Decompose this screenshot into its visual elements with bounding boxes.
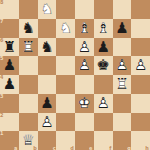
file-label-e: e xyxy=(89,145,92,150)
black-pawn[interactable]: ♟ xyxy=(0,56,19,75)
rank-label-8: 8 xyxy=(0,0,3,6)
white-knight[interactable]: ♞♘ xyxy=(56,19,75,38)
square-b8[interactable] xyxy=(19,0,38,19)
white-pawn[interactable]: ♟♙ xyxy=(131,56,150,75)
square-f5[interactable]: ♚ xyxy=(94,56,113,75)
square-f4[interactable] xyxy=(94,75,113,94)
black-pawn[interactable]: ♟ xyxy=(113,19,132,38)
chess-board: 8♞♘7♞♞♘♝♗♝♗♟♜6♜♖♞♟♙♟♟5♟♙♚♟♙♟♙♟4♜♖3♟♚♔♟♙2… xyxy=(0,0,150,150)
black-pawn-glyph: ♟ xyxy=(113,19,132,38)
white-bishop[interactable]: ♝♗ xyxy=(75,19,94,38)
square-b5[interactable] xyxy=(19,56,38,75)
square-a5[interactable]: ♟5 xyxy=(0,56,19,75)
square-h7[interactable] xyxy=(131,19,150,38)
square-g4[interactable]: ♜♖ xyxy=(113,75,132,94)
square-c7[interactable] xyxy=(38,19,57,38)
white-rook[interactable]: ♜♖ xyxy=(19,38,38,57)
square-b3[interactable] xyxy=(19,94,38,113)
black-king[interactable]: ♚ xyxy=(94,56,113,75)
white-pawn[interactable]: ♟♙ xyxy=(38,113,57,132)
square-h6[interactable] xyxy=(131,38,150,57)
square-e1[interactable]: e xyxy=(75,131,94,150)
square-g7[interactable]: ♟ xyxy=(113,19,132,38)
square-b1[interactable]: ♛♕b xyxy=(19,131,38,150)
file-label-g: g xyxy=(127,145,131,150)
black-pawn[interactable]: ♟ xyxy=(94,38,113,57)
square-g1[interactable]: g xyxy=(113,131,132,150)
black-pawn-glyph: ♟ xyxy=(38,94,57,113)
square-c5[interactable] xyxy=(38,56,57,75)
square-g6[interactable] xyxy=(113,38,132,57)
square-c6[interactable]: ♞ xyxy=(38,38,57,57)
square-a6[interactable]: ♜6 xyxy=(0,38,19,57)
black-pawn[interactable]: ♟ xyxy=(0,75,19,94)
square-g3[interactable] xyxy=(113,94,132,113)
white-bishop-outline: ♗ xyxy=(94,19,113,38)
black-pawn-glyph: ♟ xyxy=(0,56,19,75)
square-f3[interactable]: ♟♙ xyxy=(94,94,113,113)
square-h3[interactable] xyxy=(131,94,150,113)
white-pawn[interactable]: ♟♙ xyxy=(94,94,113,113)
square-d7[interactable]: ♞♘ xyxy=(56,19,75,38)
square-a3[interactable]: 3 xyxy=(0,94,19,113)
square-b4[interactable] xyxy=(19,75,38,94)
white-bishop-outline: ♗ xyxy=(75,19,94,38)
white-pawn-outline: ♙ xyxy=(131,56,150,75)
square-g5[interactable]: ♟♙ xyxy=(113,56,132,75)
square-d2[interactable] xyxy=(56,113,75,132)
square-a4[interactable]: ♟4 xyxy=(0,75,19,94)
white-queen[interactable]: ♛♕ xyxy=(19,131,38,150)
white-rook-outline: ♖ xyxy=(113,75,132,94)
white-bishop[interactable]: ♝♗ xyxy=(94,19,113,38)
file-label-a: a xyxy=(14,145,17,150)
black-pawn[interactable]: ♟ xyxy=(38,94,57,113)
white-knight[interactable]: ♞♘ xyxy=(38,0,57,19)
square-c2[interactable]: ♟♙ xyxy=(38,113,57,132)
square-g8[interactable] xyxy=(113,0,132,19)
black-knight[interactable]: ♞ xyxy=(38,38,57,57)
square-f2[interactable] xyxy=(94,113,113,132)
square-c1[interactable]: c xyxy=(38,131,57,150)
square-e3[interactable]: ♚♔ xyxy=(75,94,94,113)
black-king-glyph: ♚ xyxy=(94,56,113,75)
square-c8[interactable]: ♞♘ xyxy=(38,0,57,19)
rank-label-1: 1 xyxy=(0,131,3,137)
square-d8[interactable] xyxy=(56,0,75,19)
square-h2[interactable] xyxy=(131,113,150,132)
square-f6[interactable]: ♟ xyxy=(94,38,113,57)
square-e6[interactable]: ♟♙ xyxy=(75,38,94,57)
rank-label-2: 2 xyxy=(0,113,3,119)
black-knight-glyph: ♞ xyxy=(19,19,38,38)
white-knight-outline: ♘ xyxy=(38,0,57,19)
white-pawn[interactable]: ♟♙ xyxy=(75,56,94,75)
square-e4[interactable] xyxy=(75,75,94,94)
white-rook-outline: ♖ xyxy=(19,38,38,57)
black-rook-glyph: ♜ xyxy=(0,38,19,57)
square-h1[interactable]: h xyxy=(131,131,150,150)
square-e2[interactable] xyxy=(75,113,94,132)
white-pawn-outline: ♙ xyxy=(113,56,132,75)
white-king-outline: ♔ xyxy=(75,94,94,113)
square-e7[interactable]: ♝♗ xyxy=(75,19,94,38)
square-d3[interactable] xyxy=(56,94,75,113)
square-f7[interactable]: ♝♗ xyxy=(94,19,113,38)
white-rook[interactable]: ♜♖ xyxy=(113,75,132,94)
file-label-h: h xyxy=(145,145,149,150)
white-pawn-outline: ♙ xyxy=(75,56,94,75)
file-label-f: f xyxy=(109,145,111,150)
square-a2[interactable]: 2 xyxy=(0,113,19,132)
white-knight-outline: ♘ xyxy=(56,19,75,38)
square-a7[interactable]: 7 xyxy=(0,19,19,38)
square-h8[interactable] xyxy=(131,0,150,19)
square-d5[interactable] xyxy=(56,56,75,75)
square-h5[interactable]: ♟♙ xyxy=(131,56,150,75)
white-king[interactable]: ♚♔ xyxy=(75,94,94,113)
square-f1[interactable]: f xyxy=(94,131,113,150)
square-b6[interactable]: ♜♖ xyxy=(19,38,38,57)
white-pawn-outline: ♙ xyxy=(38,113,57,132)
square-c3[interactable]: ♟ xyxy=(38,94,57,113)
square-a8[interactable]: 8 xyxy=(0,0,19,19)
white-pawn-outline: ♙ xyxy=(75,38,94,57)
rank-label-3: 3 xyxy=(0,94,3,100)
square-d1[interactable]: d xyxy=(56,131,75,150)
white-pawn[interactable]: ♟♙ xyxy=(113,56,132,75)
square-f8[interactable] xyxy=(94,0,113,19)
square-g2[interactable] xyxy=(113,113,132,132)
black-knight-glyph: ♞ xyxy=(38,38,57,57)
file-label-c: c xyxy=(52,145,55,150)
black-rook[interactable]: ♜ xyxy=(0,38,19,57)
white-pawn-outline: ♙ xyxy=(94,94,113,113)
square-e8[interactable] xyxy=(75,0,94,19)
square-d4[interactable] xyxy=(56,75,75,94)
white-pawn[interactable]: ♟♙ xyxy=(75,38,94,57)
square-d6[interactable] xyxy=(56,38,75,57)
rank-label-7: 7 xyxy=(0,19,3,25)
black-pawn-glyph: ♟ xyxy=(94,38,113,57)
square-a1[interactable]: 1a xyxy=(0,131,19,150)
square-b7[interactable]: ♞ xyxy=(19,19,38,38)
square-b2[interactable] xyxy=(19,113,38,132)
square-e5[interactable]: ♟♙ xyxy=(75,56,94,75)
black-knight[interactable]: ♞ xyxy=(19,19,38,38)
square-c4[interactable] xyxy=(38,75,57,94)
file-label-d: d xyxy=(70,145,74,150)
white-queen-outline: ♕ xyxy=(19,131,38,150)
black-pawn-glyph: ♟ xyxy=(0,75,19,94)
square-h4[interactable] xyxy=(131,75,150,94)
